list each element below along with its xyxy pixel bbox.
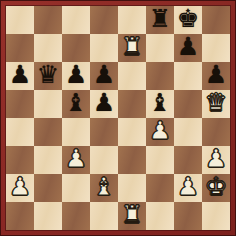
square-b8[interactable] [34,6,62,34]
square-e4[interactable] [118,118,146,146]
piece-white-rook[interactable]: ♜ [118,202,146,229]
square-g2[interactable]: ♟ [174,174,202,202]
square-h6[interactable]: ♟ [202,62,230,90]
square-h7[interactable] [202,34,230,62]
square-e3[interactable] [118,146,146,174]
square-d4[interactable] [90,118,118,146]
square-f5[interactable]: ♝ [146,90,174,118]
square-a3[interactable] [6,146,34,174]
square-f1[interactable] [146,202,174,230]
square-e7[interactable]: ♜ [118,34,146,62]
piece-black-king[interactable]: ♚ [174,6,202,33]
piece-black-pawn[interactable]: ♟ [90,62,118,89]
square-b6[interactable]: ♛ [34,62,62,90]
square-c2[interactable] [62,174,90,202]
piece-black-queen[interactable]: ♛ [34,62,62,89]
piece-white-queen[interactable]: ♛ [202,90,230,117]
piece-white-pawn[interactable]: ♟ [6,174,34,201]
square-a4[interactable] [6,118,34,146]
square-f4[interactable]: ♟ [146,118,174,146]
square-g3[interactable] [174,146,202,174]
square-b4[interactable] [34,118,62,146]
piece-black-pawn[interactable]: ♟ [202,62,230,89]
square-f7[interactable] [146,34,174,62]
square-h3[interactable]: ♟ [202,146,230,174]
square-d1[interactable] [90,202,118,230]
piece-black-pawn[interactable]: ♟ [174,34,202,61]
square-h4[interactable] [202,118,230,146]
piece-white-pawn[interactable]: ♟ [62,146,90,173]
square-b2[interactable] [34,174,62,202]
piece-black-pawn[interactable]: ♟ [6,62,34,89]
square-g7[interactable]: ♟ [174,34,202,62]
square-d6[interactable]: ♟ [90,62,118,90]
square-g5[interactable] [174,90,202,118]
piece-white-pawn[interactable]: ♟ [202,146,230,173]
square-d5[interactable]: ♟ [90,90,118,118]
square-a7[interactable] [6,34,34,62]
piece-black-pawn[interactable]: ♟ [62,62,90,89]
square-a5[interactable] [6,90,34,118]
square-e6[interactable] [118,62,146,90]
square-a8[interactable] [6,6,34,34]
piece-black-bishop[interactable]: ♝ [146,90,174,117]
square-c3[interactable]: ♟ [62,146,90,174]
square-d7[interactable] [90,34,118,62]
square-g1[interactable] [174,202,202,230]
square-e5[interactable] [118,90,146,118]
square-b7[interactable] [34,34,62,62]
square-d2[interactable]: ♝ [90,174,118,202]
piece-white-bishop[interactable]: ♝ [90,174,118,201]
square-d8[interactable] [90,6,118,34]
square-b1[interactable] [34,202,62,230]
square-g6[interactable] [174,62,202,90]
piece-white-pawn[interactable]: ♟ [146,118,174,145]
piece-white-rook[interactable]: ♜ [118,34,146,61]
square-c4[interactable] [62,118,90,146]
piece-black-pawn[interactable]: ♟ [90,90,118,117]
square-h8[interactable] [202,6,230,34]
square-h2[interactable]: ♚ [202,174,230,202]
square-e8[interactable] [118,6,146,34]
square-c5[interactable]: ♝ [62,90,90,118]
square-a2[interactable]: ♟ [6,174,34,202]
piece-black-rook[interactable]: ♜ [146,6,174,33]
square-f6[interactable] [146,62,174,90]
square-a1[interactable] [6,202,34,230]
square-c7[interactable] [62,34,90,62]
square-h5[interactable]: ♛ [202,90,230,118]
square-c8[interactable] [62,6,90,34]
square-g8[interactable]: ♚ [174,6,202,34]
square-e2[interactable] [118,174,146,202]
square-c1[interactable] [62,202,90,230]
square-a6[interactable]: ♟ [6,62,34,90]
chess-board: ♜♚♜♟♟♛♟♟♟♝♟♝♛♟♟♟♟♝♟♚♜ [6,6,230,230]
square-f8[interactable]: ♜ [146,6,174,34]
square-f2[interactable] [146,174,174,202]
square-e1[interactable]: ♜ [118,202,146,230]
square-d3[interactable] [90,146,118,174]
square-b3[interactable] [34,146,62,174]
square-b5[interactable] [34,90,62,118]
square-f3[interactable] [146,146,174,174]
square-c6[interactable]: ♟ [62,62,90,90]
piece-black-bishop[interactable]: ♝ [62,90,90,117]
chess-board-frame: ♜♚♜♟♟♛♟♟♟♝♟♝♛♟♟♟♟♝♟♚♜ [0,0,236,236]
square-g4[interactable] [174,118,202,146]
piece-white-pawn[interactable]: ♟ [174,174,202,201]
square-h1[interactable] [202,202,230,230]
piece-white-king[interactable]: ♚ [202,174,230,201]
